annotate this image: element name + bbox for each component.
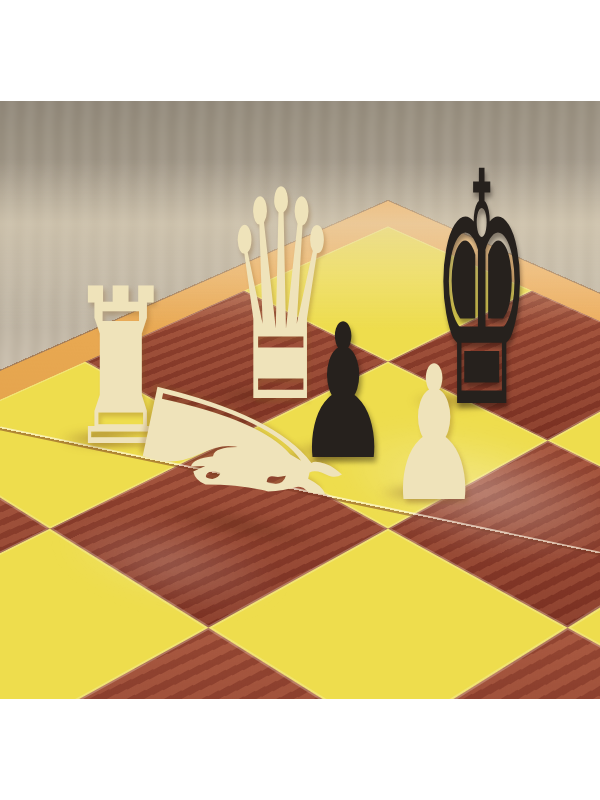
page: { "game": "chess", "scene": { "setting":… — [0, 0, 600, 800]
chessboard-photo: ♜ ♛ ♚ ♟ ♟ ♞ — [0, 101, 600, 699]
piece-white-knight-fallen[interactable]: ♞ — [138, 360, 338, 560]
